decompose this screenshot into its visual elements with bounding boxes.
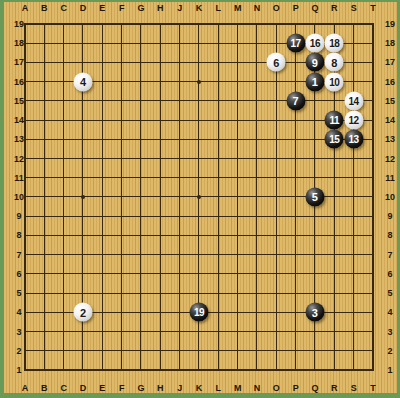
intersection-T18[interactable] bbox=[363, 34, 382, 53]
intersection-S11[interactable] bbox=[344, 168, 363, 187]
intersection-D16[interactable]: 4 bbox=[73, 72, 92, 91]
intersection-H9[interactable] bbox=[151, 207, 170, 226]
intersection-M4[interactable] bbox=[228, 303, 247, 322]
intersection-D2[interactable] bbox=[73, 341, 92, 360]
intersection-K11[interactable] bbox=[189, 168, 208, 187]
intersection-F18[interactable] bbox=[112, 34, 131, 53]
intersection-B2[interactable] bbox=[35, 341, 54, 360]
intersection-S4[interactable] bbox=[344, 303, 363, 322]
intersection-R2[interactable] bbox=[325, 341, 344, 360]
intersection-T3[interactable] bbox=[363, 322, 382, 341]
intersection-C2[interactable] bbox=[54, 341, 73, 360]
intersection-E8[interactable] bbox=[93, 226, 112, 245]
intersection-Q2[interactable] bbox=[305, 341, 324, 360]
intersection-E11[interactable] bbox=[93, 168, 112, 187]
intersection-T8[interactable] bbox=[363, 226, 382, 245]
intersection-M14[interactable] bbox=[228, 110, 247, 129]
stone-white-move12-S14[interactable]: 12 bbox=[344, 111, 363, 130]
intersection-C13[interactable] bbox=[54, 130, 73, 149]
intersection-F7[interactable] bbox=[112, 245, 131, 264]
intersection-N5[interactable] bbox=[247, 283, 266, 302]
intersection-Q10[interactable]: 5 bbox=[305, 187, 324, 206]
intersection-R17[interactable]: 8 bbox=[325, 53, 344, 72]
intersection-T16[interactable] bbox=[363, 72, 382, 91]
intersection-R1[interactable] bbox=[325, 360, 344, 379]
intersection-M16[interactable] bbox=[228, 72, 247, 91]
stone-black-move5-Q10[interactable]: 5 bbox=[305, 187, 324, 206]
intersection-G13[interactable] bbox=[131, 130, 150, 149]
intersection-S14[interactable]: 12 bbox=[344, 110, 363, 129]
intersection-Q5[interactable] bbox=[305, 283, 324, 302]
intersection-D6[interactable] bbox=[73, 264, 92, 283]
intersection-J8[interactable] bbox=[170, 226, 189, 245]
intersection-O3[interactable] bbox=[267, 322, 286, 341]
intersection-S7[interactable] bbox=[344, 245, 363, 264]
intersection-B19[interactable] bbox=[35, 14, 54, 33]
intersection-G4[interactable] bbox=[131, 303, 150, 322]
intersection-J11[interactable] bbox=[170, 168, 189, 187]
stone-white-move2-D4[interactable]: 2 bbox=[73, 303, 92, 322]
intersection-N10[interactable] bbox=[247, 187, 266, 206]
intersection-C9[interactable] bbox=[54, 207, 73, 226]
intersection-K12[interactable] bbox=[189, 149, 208, 168]
intersection-H6[interactable] bbox=[151, 264, 170, 283]
intersection-G5[interactable] bbox=[131, 283, 150, 302]
intersection-G12[interactable] bbox=[131, 149, 150, 168]
intersection-E4[interactable] bbox=[93, 303, 112, 322]
intersection-L4[interactable] bbox=[209, 303, 228, 322]
intersection-J9[interactable] bbox=[170, 207, 189, 226]
intersection-P14[interactable] bbox=[286, 110, 305, 129]
intersection-K16[interactable] bbox=[189, 72, 208, 91]
intersection-O11[interactable] bbox=[267, 168, 286, 187]
intersection-H3[interactable] bbox=[151, 322, 170, 341]
intersection-E16[interactable] bbox=[93, 72, 112, 91]
intersection-C19[interactable] bbox=[54, 14, 73, 33]
intersection-F15[interactable] bbox=[112, 91, 131, 110]
intersection-Q13[interactable] bbox=[305, 130, 324, 149]
intersection-D15[interactable] bbox=[73, 91, 92, 110]
intersection-J1[interactable] bbox=[170, 360, 189, 379]
intersection-R13[interactable]: 15 bbox=[325, 130, 344, 149]
intersection-J5[interactable] bbox=[170, 283, 189, 302]
intersection-G14[interactable] bbox=[131, 110, 150, 129]
intersection-L16[interactable] bbox=[209, 72, 228, 91]
intersection-K14[interactable] bbox=[189, 110, 208, 129]
intersection-S15[interactable]: 14 bbox=[344, 91, 363, 110]
go-board-grid[interactable]: 17161869841107141112151352193 bbox=[15, 14, 382, 379]
intersection-T2[interactable] bbox=[363, 341, 382, 360]
intersection-B3[interactable] bbox=[35, 322, 54, 341]
intersection-L12[interactable] bbox=[209, 149, 228, 168]
intersection-O6[interactable] bbox=[267, 264, 286, 283]
intersection-Q15[interactable] bbox=[305, 91, 324, 110]
intersection-Q17[interactable]: 9 bbox=[305, 53, 324, 72]
stone-black-move1-Q16[interactable]: 1 bbox=[305, 72, 324, 91]
intersection-G15[interactable] bbox=[131, 91, 150, 110]
intersection-L11[interactable] bbox=[209, 168, 228, 187]
intersection-C3[interactable] bbox=[54, 322, 73, 341]
intersection-P16[interactable] bbox=[286, 72, 305, 91]
intersection-D12[interactable] bbox=[73, 149, 92, 168]
intersection-Q9[interactable] bbox=[305, 207, 324, 226]
intersection-G1[interactable] bbox=[131, 360, 150, 379]
intersection-K18[interactable] bbox=[189, 34, 208, 53]
intersection-M17[interactable] bbox=[228, 53, 247, 72]
intersection-F13[interactable] bbox=[112, 130, 131, 149]
intersection-L10[interactable] bbox=[209, 187, 228, 206]
intersection-H12[interactable] bbox=[151, 149, 170, 168]
intersection-O5[interactable] bbox=[267, 283, 286, 302]
intersection-R9[interactable] bbox=[325, 207, 344, 226]
intersection-M7[interactable] bbox=[228, 245, 247, 264]
intersection-K3[interactable] bbox=[189, 322, 208, 341]
intersection-G7[interactable] bbox=[131, 245, 150, 264]
intersection-S5[interactable] bbox=[344, 283, 363, 302]
intersection-O10[interactable] bbox=[267, 187, 286, 206]
intersection-J4[interactable] bbox=[170, 303, 189, 322]
intersection-S13[interactable]: 13 bbox=[344, 130, 363, 149]
intersection-L14[interactable] bbox=[209, 110, 228, 129]
intersection-N7[interactable] bbox=[247, 245, 266, 264]
intersection-N2[interactable] bbox=[247, 341, 266, 360]
intersection-O18[interactable] bbox=[267, 34, 286, 53]
intersection-H17[interactable] bbox=[151, 53, 170, 72]
intersection-P18[interactable]: 17 bbox=[286, 34, 305, 53]
intersection-S9[interactable] bbox=[344, 207, 363, 226]
intersection-P13[interactable] bbox=[286, 130, 305, 149]
intersection-M18[interactable] bbox=[228, 34, 247, 53]
intersection-S1[interactable] bbox=[344, 360, 363, 379]
intersection-K2[interactable] bbox=[189, 341, 208, 360]
intersection-E13[interactable] bbox=[93, 130, 112, 149]
intersection-J17[interactable] bbox=[170, 53, 189, 72]
intersection-F1[interactable] bbox=[112, 360, 131, 379]
intersection-L9[interactable] bbox=[209, 207, 228, 226]
stone-black-move11-R14[interactable]: 11 bbox=[325, 111, 344, 130]
intersection-L13[interactable] bbox=[209, 130, 228, 149]
intersection-T17[interactable] bbox=[363, 53, 382, 72]
intersection-S18[interactable] bbox=[344, 34, 363, 53]
intersection-D7[interactable] bbox=[73, 245, 92, 264]
intersection-N18[interactable] bbox=[247, 34, 266, 53]
intersection-O15[interactable] bbox=[267, 91, 286, 110]
intersection-H2[interactable] bbox=[151, 341, 170, 360]
stone-black-move9-Q17[interactable]: 9 bbox=[305, 53, 324, 72]
intersection-O7[interactable] bbox=[267, 245, 286, 264]
intersection-E1[interactable] bbox=[93, 360, 112, 379]
intersection-F5[interactable] bbox=[112, 283, 131, 302]
intersection-T7[interactable] bbox=[363, 245, 382, 264]
intersection-Q12[interactable] bbox=[305, 149, 324, 168]
intersection-B11[interactable] bbox=[35, 168, 54, 187]
intersection-T10[interactable] bbox=[363, 187, 382, 206]
intersection-B5[interactable] bbox=[35, 283, 54, 302]
intersection-H13[interactable] bbox=[151, 130, 170, 149]
intersection-E17[interactable] bbox=[93, 53, 112, 72]
intersection-O13[interactable] bbox=[267, 130, 286, 149]
intersection-N17[interactable] bbox=[247, 53, 266, 72]
intersection-E14[interactable] bbox=[93, 110, 112, 129]
intersection-T9[interactable] bbox=[363, 207, 382, 226]
intersection-F6[interactable] bbox=[112, 264, 131, 283]
intersection-S3[interactable] bbox=[344, 322, 363, 341]
intersection-F10[interactable] bbox=[112, 187, 131, 206]
intersection-R14[interactable]: 11 bbox=[325, 110, 344, 129]
stone-black-move17-P18[interactable]: 17 bbox=[286, 34, 305, 53]
intersection-P12[interactable] bbox=[286, 149, 305, 168]
intersection-E18[interactable] bbox=[93, 34, 112, 53]
intersection-H15[interactable] bbox=[151, 91, 170, 110]
intersection-S8[interactable] bbox=[344, 226, 363, 245]
intersection-T4[interactable] bbox=[363, 303, 382, 322]
intersection-J18[interactable] bbox=[170, 34, 189, 53]
intersection-N6[interactable] bbox=[247, 264, 266, 283]
intersection-S6[interactable] bbox=[344, 264, 363, 283]
intersection-E10[interactable] bbox=[93, 187, 112, 206]
intersection-H8[interactable] bbox=[151, 226, 170, 245]
intersection-D13[interactable] bbox=[73, 130, 92, 149]
intersection-S10[interactable] bbox=[344, 187, 363, 206]
intersection-J10[interactable] bbox=[170, 187, 189, 206]
intersection-E12[interactable] bbox=[93, 149, 112, 168]
intersection-J6[interactable] bbox=[170, 264, 189, 283]
intersection-B9[interactable] bbox=[35, 207, 54, 226]
intersection-B4[interactable] bbox=[35, 303, 54, 322]
intersection-C15[interactable] bbox=[54, 91, 73, 110]
intersection-N12[interactable] bbox=[247, 149, 266, 168]
intersection-N9[interactable] bbox=[247, 207, 266, 226]
intersection-C17[interactable] bbox=[54, 53, 73, 72]
intersection-B12[interactable] bbox=[35, 149, 54, 168]
intersection-M11[interactable] bbox=[228, 168, 247, 187]
intersection-N11[interactable] bbox=[247, 168, 266, 187]
intersection-P9[interactable] bbox=[286, 207, 305, 226]
intersection-G6[interactable] bbox=[131, 264, 150, 283]
intersection-F12[interactable] bbox=[112, 149, 131, 168]
intersection-G3[interactable] bbox=[131, 322, 150, 341]
intersection-M19[interactable] bbox=[228, 14, 247, 33]
intersection-D9[interactable] bbox=[73, 207, 92, 226]
intersection-O19[interactable] bbox=[267, 14, 286, 33]
intersection-F19[interactable] bbox=[112, 14, 131, 33]
intersection-L3[interactable] bbox=[209, 322, 228, 341]
intersection-N4[interactable] bbox=[247, 303, 266, 322]
intersection-R4[interactable] bbox=[325, 303, 344, 322]
intersection-C6[interactable] bbox=[54, 264, 73, 283]
intersection-O17[interactable]: 6 bbox=[267, 53, 286, 72]
intersection-K6[interactable] bbox=[189, 264, 208, 283]
intersection-N3[interactable] bbox=[247, 322, 266, 341]
intersection-F16[interactable] bbox=[112, 72, 131, 91]
intersection-H14[interactable] bbox=[151, 110, 170, 129]
intersection-M8[interactable] bbox=[228, 226, 247, 245]
intersection-Q11[interactable] bbox=[305, 168, 324, 187]
intersection-B13[interactable] bbox=[35, 130, 54, 149]
intersection-O9[interactable] bbox=[267, 207, 286, 226]
intersection-H19[interactable] bbox=[151, 14, 170, 33]
intersection-F14[interactable] bbox=[112, 110, 131, 129]
intersection-M12[interactable] bbox=[228, 149, 247, 168]
intersection-J14[interactable] bbox=[170, 110, 189, 129]
intersection-M2[interactable] bbox=[228, 341, 247, 360]
intersection-M15[interactable] bbox=[228, 91, 247, 110]
intersection-T12[interactable] bbox=[363, 149, 382, 168]
intersection-B8[interactable] bbox=[35, 226, 54, 245]
intersection-J3[interactable] bbox=[170, 322, 189, 341]
intersection-K9[interactable] bbox=[189, 207, 208, 226]
intersection-L6[interactable] bbox=[209, 264, 228, 283]
intersection-P1[interactable] bbox=[286, 360, 305, 379]
intersection-B10[interactable] bbox=[35, 187, 54, 206]
intersection-O8[interactable] bbox=[267, 226, 286, 245]
intersection-D11[interactable] bbox=[73, 168, 92, 187]
intersection-G2[interactable] bbox=[131, 341, 150, 360]
intersection-J13[interactable] bbox=[170, 130, 189, 149]
intersection-N13[interactable] bbox=[247, 130, 266, 149]
intersection-G18[interactable] bbox=[131, 34, 150, 53]
intersection-C5[interactable] bbox=[54, 283, 73, 302]
intersection-S16[interactable] bbox=[344, 72, 363, 91]
intersection-O14[interactable] bbox=[267, 110, 286, 129]
intersection-N1[interactable] bbox=[247, 360, 266, 379]
intersection-E3[interactable] bbox=[93, 322, 112, 341]
intersection-O16[interactable] bbox=[267, 72, 286, 91]
intersection-C10[interactable] bbox=[54, 187, 73, 206]
intersection-N19[interactable] bbox=[247, 14, 266, 33]
intersection-N15[interactable] bbox=[247, 91, 266, 110]
intersection-P4[interactable] bbox=[286, 303, 305, 322]
intersection-P5[interactable] bbox=[286, 283, 305, 302]
intersection-M10[interactable] bbox=[228, 187, 247, 206]
intersection-C12[interactable] bbox=[54, 149, 73, 168]
intersection-C1[interactable] bbox=[54, 360, 73, 379]
intersection-K4[interactable]: 19 bbox=[189, 303, 208, 322]
intersection-M1[interactable] bbox=[228, 360, 247, 379]
intersection-C7[interactable] bbox=[54, 245, 73, 264]
stone-white-move10-R16[interactable]: 10 bbox=[325, 72, 344, 91]
intersection-O1[interactable] bbox=[267, 360, 286, 379]
intersection-Q7[interactable] bbox=[305, 245, 324, 264]
intersection-B18[interactable] bbox=[35, 34, 54, 53]
intersection-G9[interactable] bbox=[131, 207, 150, 226]
intersection-L1[interactable] bbox=[209, 360, 228, 379]
intersection-R3[interactable] bbox=[325, 322, 344, 341]
intersection-N8[interactable] bbox=[247, 226, 266, 245]
intersection-L8[interactable] bbox=[209, 226, 228, 245]
intersection-R10[interactable] bbox=[325, 187, 344, 206]
intersection-G19[interactable] bbox=[131, 14, 150, 33]
intersection-P15[interactable]: 7 bbox=[286, 91, 305, 110]
stone-white-move4-D16[interactable]: 4 bbox=[73, 72, 92, 91]
intersection-K10[interactable] bbox=[189, 187, 208, 206]
stone-white-move16-Q18[interactable]: 16 bbox=[305, 34, 324, 53]
intersection-Q16[interactable]: 1 bbox=[305, 72, 324, 91]
intersection-B1[interactable] bbox=[35, 360, 54, 379]
intersection-S19[interactable] bbox=[344, 14, 363, 33]
stone-white-move6-O17[interactable]: 6 bbox=[267, 53, 286, 72]
intersection-H5[interactable] bbox=[151, 283, 170, 302]
intersection-J16[interactable] bbox=[170, 72, 189, 91]
intersection-H1[interactable] bbox=[151, 360, 170, 379]
intersection-K8[interactable] bbox=[189, 226, 208, 245]
intersection-H16[interactable] bbox=[151, 72, 170, 91]
intersection-K17[interactable] bbox=[189, 53, 208, 72]
intersection-B7[interactable] bbox=[35, 245, 54, 264]
intersection-K5[interactable] bbox=[189, 283, 208, 302]
intersection-P2[interactable] bbox=[286, 341, 305, 360]
intersection-J15[interactable] bbox=[170, 91, 189, 110]
stone-black-move15-R13[interactable]: 15 bbox=[325, 130, 344, 149]
intersection-J2[interactable] bbox=[170, 341, 189, 360]
intersection-O2[interactable] bbox=[267, 341, 286, 360]
intersection-R19[interactable] bbox=[325, 14, 344, 33]
intersection-C8[interactable] bbox=[54, 226, 73, 245]
intersection-R6[interactable] bbox=[325, 264, 344, 283]
intersection-M5[interactable] bbox=[228, 283, 247, 302]
intersection-L5[interactable] bbox=[209, 283, 228, 302]
intersection-H7[interactable] bbox=[151, 245, 170, 264]
intersection-K7[interactable] bbox=[189, 245, 208, 264]
intersection-T1[interactable] bbox=[363, 360, 382, 379]
intersection-P7[interactable] bbox=[286, 245, 305, 264]
intersection-D19[interactable] bbox=[73, 14, 92, 33]
intersection-L17[interactable] bbox=[209, 53, 228, 72]
intersection-O12[interactable] bbox=[267, 149, 286, 168]
intersection-T11[interactable] bbox=[363, 168, 382, 187]
intersection-M9[interactable] bbox=[228, 207, 247, 226]
intersection-P8[interactable] bbox=[286, 226, 305, 245]
intersection-E7[interactable] bbox=[93, 245, 112, 264]
intersection-P17[interactable] bbox=[286, 53, 305, 72]
intersection-L18[interactable] bbox=[209, 34, 228, 53]
intersection-N14[interactable] bbox=[247, 110, 266, 129]
intersection-H18[interactable] bbox=[151, 34, 170, 53]
intersection-B17[interactable] bbox=[35, 53, 54, 72]
intersection-E19[interactable] bbox=[93, 14, 112, 33]
intersection-P19[interactable] bbox=[286, 14, 305, 33]
intersection-R7[interactable] bbox=[325, 245, 344, 264]
intersection-D8[interactable] bbox=[73, 226, 92, 245]
intersection-D14[interactable] bbox=[73, 110, 92, 129]
intersection-Q1[interactable] bbox=[305, 360, 324, 379]
stone-black-move3-Q4[interactable]: 3 bbox=[305, 303, 324, 322]
intersection-F8[interactable] bbox=[112, 226, 131, 245]
intersection-B16[interactable] bbox=[35, 72, 54, 91]
intersection-P3[interactable] bbox=[286, 322, 305, 341]
intersection-H4[interactable] bbox=[151, 303, 170, 322]
intersection-H10[interactable] bbox=[151, 187, 170, 206]
intersection-D5[interactable] bbox=[73, 283, 92, 302]
intersection-D18[interactable] bbox=[73, 34, 92, 53]
intersection-J7[interactable] bbox=[170, 245, 189, 264]
intersection-S17[interactable] bbox=[344, 53, 363, 72]
intersection-D17[interactable] bbox=[73, 53, 92, 72]
intersection-F9[interactable] bbox=[112, 207, 131, 226]
intersection-F3[interactable] bbox=[112, 322, 131, 341]
intersection-S12[interactable] bbox=[344, 149, 363, 168]
intersection-C18[interactable] bbox=[54, 34, 73, 53]
intersection-H11[interactable] bbox=[151, 168, 170, 187]
intersection-N16[interactable] bbox=[247, 72, 266, 91]
intersection-C16[interactable] bbox=[54, 72, 73, 91]
intersection-T15[interactable] bbox=[363, 91, 382, 110]
intersection-R12[interactable] bbox=[325, 149, 344, 168]
intersection-F4[interactable] bbox=[112, 303, 131, 322]
intersection-Q18[interactable]: 16 bbox=[305, 34, 324, 53]
intersection-Q8[interactable] bbox=[305, 226, 324, 245]
intersection-R5[interactable] bbox=[325, 283, 344, 302]
